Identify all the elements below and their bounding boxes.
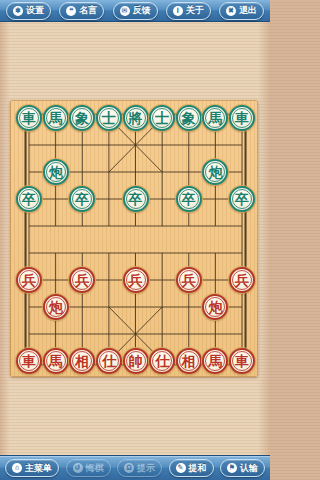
piece-glyph: 炮 xyxy=(208,165,222,179)
piece-glyph: 炮 xyxy=(208,300,222,314)
hint-label: 提示 xyxy=(137,462,155,475)
piece-glyph: 仕 xyxy=(155,354,169,368)
piece-glyph: 將 xyxy=(129,111,143,125)
piece-glyph: 卒 xyxy=(129,192,143,206)
black-piece-將[interactable]: 將 xyxy=(123,105,149,131)
quotes-button[interactable]: ❝ 名言 xyxy=(59,2,104,20)
exit-button[interactable]: ✖ 退出 xyxy=(219,2,264,20)
black-piece-卒[interactable]: 卒 xyxy=(229,186,255,212)
settings-button[interactable]: ✱ 设置 xyxy=(6,2,51,20)
black-piece-炮[interactable]: 炮 xyxy=(43,159,69,185)
piece-glyph: 相 xyxy=(182,354,196,368)
main-menu-label: 主菜单 xyxy=(25,462,52,475)
piece-glyph: 馬 xyxy=(208,354,222,368)
info-icon: i xyxy=(173,6,183,16)
piece-glyph: 車 xyxy=(235,354,249,368)
red-piece-炮[interactable]: 炮 xyxy=(43,294,69,320)
piece-glyph: 士 xyxy=(102,111,116,125)
feedback-label: 反馈 xyxy=(133,4,151,17)
board-grid xyxy=(10,100,258,377)
piece-glyph: 車 xyxy=(22,111,36,125)
piece-glyph: 卒 xyxy=(182,192,196,206)
top-toolbar: ✱ 设置 ❝ 名言 ✉ 反馈 i 关于 ✖ 退出 xyxy=(0,0,270,22)
undo-move-button: ↺ 悔棋 xyxy=(66,459,111,477)
piece-glyph: 卒 xyxy=(75,192,89,206)
about-button[interactable]: i 关于 xyxy=(166,2,211,20)
red-piece-馬[interactable]: 馬 xyxy=(43,348,69,374)
gear-icon: ✱ xyxy=(13,6,23,16)
black-piece-馬[interactable]: 馬 xyxy=(43,105,69,131)
red-piece-仕[interactable]: 仕 xyxy=(96,348,122,374)
about-label: 关于 xyxy=(186,4,204,17)
red-piece-車[interactable]: 車 xyxy=(229,348,255,374)
offer-draw-button[interactable]: ✎ 提和 xyxy=(169,459,214,477)
red-piece-兵[interactable]: 兵 xyxy=(16,267,42,293)
bell-icon: Ω xyxy=(124,463,134,473)
piece-glyph: 士 xyxy=(155,111,169,125)
pencil-icon: ✎ xyxy=(176,463,186,473)
black-piece-車[interactable]: 車 xyxy=(16,105,42,131)
piece-glyph: 卒 xyxy=(235,192,249,206)
piece-glyph: 仕 xyxy=(102,354,116,368)
piece-glyph: 兵 xyxy=(235,273,249,287)
red-piece-兵[interactable]: 兵 xyxy=(229,267,255,293)
red-piece-相[interactable]: 相 xyxy=(176,348,202,374)
red-piece-帥[interactable]: 帥 xyxy=(123,348,149,374)
piece-glyph: 卒 xyxy=(22,192,36,206)
speech-icon: ❝ xyxy=(66,6,76,16)
black-piece-象[interactable]: 象 xyxy=(176,105,202,131)
piece-glyph: 車 xyxy=(22,354,36,368)
close-icon: ✖ xyxy=(226,6,236,16)
mail-icon: ✉ xyxy=(120,6,130,16)
xiangqi-app: { "game": "xiangqi", "app_title": "Chine… xyxy=(0,0,270,480)
black-piece-卒[interactable]: 卒 xyxy=(123,186,149,212)
offer-draw-label: 提和 xyxy=(189,462,207,475)
undo-move-label: 悔棋 xyxy=(86,462,104,475)
black-piece-卒[interactable]: 卒 xyxy=(16,186,42,212)
piece-glyph: 相 xyxy=(75,354,89,368)
black-piece-車[interactable]: 車 xyxy=(229,105,255,131)
red-piece-兵[interactable]: 兵 xyxy=(123,267,149,293)
main-menu-button[interactable]: ⌂ 主菜单 xyxy=(5,459,59,477)
flag-icon: ⚑ xyxy=(227,463,237,473)
piece-glyph: 炮 xyxy=(49,300,63,314)
undo-icon: ↺ xyxy=(73,463,83,473)
settings-label: 设置 xyxy=(26,4,44,17)
feedback-button[interactable]: ✉ 反馈 xyxy=(113,2,158,20)
piece-glyph: 車 xyxy=(235,111,249,125)
piece-glyph: 兵 xyxy=(22,273,36,287)
red-piece-兵[interactable]: 兵 xyxy=(176,267,202,293)
piece-glyph: 兵 xyxy=(75,273,89,287)
piece-glyph: 馬 xyxy=(208,111,222,125)
quotes-label: 名言 xyxy=(79,4,97,17)
piece-glyph: 象 xyxy=(182,111,196,125)
home-icon: ⌂ xyxy=(12,463,22,473)
xiangqi-board[interactable]: 車馬象士將士象馬車炮炮卒卒卒卒卒兵兵兵兵兵炮炮車馬相仕帥仕相馬車 xyxy=(10,100,258,377)
piece-glyph: 兵 xyxy=(129,273,143,287)
black-piece-士[interactable]: 士 xyxy=(96,105,122,131)
piece-glyph: 兵 xyxy=(182,273,196,287)
piece-glyph: 馬 xyxy=(49,354,63,368)
red-piece-車[interactable]: 車 xyxy=(16,348,42,374)
piece-glyph: 帥 xyxy=(129,354,143,368)
bottom-toolbar: ⌂ 主菜单 ↺ 悔棋 Ω 提示 ✎ 提和 ⚑ 认输 xyxy=(0,455,270,480)
piece-glyph: 象 xyxy=(75,111,89,125)
piece-glyph: 炮 xyxy=(49,165,63,179)
black-piece-卒[interactable]: 卒 xyxy=(176,186,202,212)
resign-label: 认输 xyxy=(240,462,258,475)
hint-button: Ω 提示 xyxy=(117,459,162,477)
resign-button[interactable]: ⚑ 认输 xyxy=(220,459,265,477)
red-piece-仕[interactable]: 仕 xyxy=(149,348,175,374)
piece-glyph: 馬 xyxy=(49,111,63,125)
exit-label: 退出 xyxy=(239,4,257,17)
black-piece-士[interactable]: 士 xyxy=(149,105,175,131)
